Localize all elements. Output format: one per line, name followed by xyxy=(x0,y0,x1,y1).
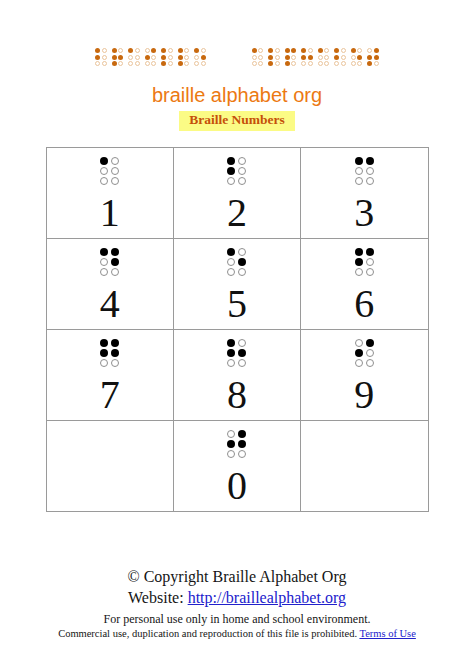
braille-dot-empty xyxy=(102,48,107,53)
braille-dot-filled xyxy=(111,339,119,347)
braille-letter-r xyxy=(112,48,124,66)
braille-dot-filled xyxy=(161,55,166,60)
braille-dot-filled xyxy=(201,55,206,60)
page-subtitle-badge: Braille Numbers xyxy=(179,111,295,131)
braille-dot-filled xyxy=(111,248,119,256)
braille-dot-filled xyxy=(227,248,235,256)
footer: © Copyright Braille Alphabet Org Website… xyxy=(0,568,474,641)
braille-dot-empty xyxy=(118,61,123,66)
number-cell-3: 3 xyxy=(301,148,428,239)
number-label: 5 xyxy=(227,284,247,324)
braille-dot-empty xyxy=(291,55,296,60)
braille-dot-filled xyxy=(227,157,235,165)
braille-dot-filled xyxy=(301,55,306,60)
braille-dot-filled xyxy=(252,48,257,53)
terms-of-use-link[interactable]: Terms of Use xyxy=(359,628,415,639)
braille-dot-empty xyxy=(102,55,107,60)
braille-dot-filled xyxy=(100,349,108,357)
braille-dot-filled xyxy=(178,61,183,66)
braille-dot-empty xyxy=(111,157,119,165)
braille-dot-filled xyxy=(355,258,363,266)
number-label: 8 xyxy=(227,375,247,415)
braille-numbers-grid: 1234567890 xyxy=(46,147,429,512)
braille-dot-empty xyxy=(135,55,140,60)
braille-dot-empty xyxy=(111,167,119,175)
header-braille xyxy=(0,48,474,66)
braille-dot-filled xyxy=(355,157,363,165)
braille-dot-empty xyxy=(324,55,329,60)
braille-dot-empty xyxy=(201,48,206,53)
braille-dot-empty xyxy=(168,61,173,66)
braille-dot-empty xyxy=(275,55,280,60)
number-label: 2 xyxy=(227,193,247,233)
braille-dot-empty xyxy=(366,177,374,185)
braille-dot-filled xyxy=(100,339,108,347)
braille-dot-filled xyxy=(128,48,133,53)
braille-dot-empty xyxy=(168,48,173,53)
braille-glyph xyxy=(355,248,374,276)
braille-dot-empty xyxy=(151,55,156,60)
braille-dot-empty xyxy=(184,55,189,60)
number-label: 1 xyxy=(100,193,120,233)
braille-dot-empty xyxy=(227,177,235,185)
braille-letter-e xyxy=(194,48,206,66)
braille-dot-filled xyxy=(367,61,372,66)
braille-dot-empty xyxy=(252,55,257,60)
braille-dot-filled xyxy=(112,61,117,66)
copyright-line: © Copyright Braille Alphabet Org xyxy=(0,568,474,587)
number-cell-2: 2 xyxy=(174,148,301,239)
braille-dot-filled xyxy=(112,55,117,60)
braille-dot-empty xyxy=(366,349,374,357)
braille-dot-empty xyxy=(357,48,362,53)
empty-cell xyxy=(47,421,174,512)
braille-dot-empty xyxy=(151,61,156,66)
braille-dot-empty xyxy=(135,61,140,66)
braille-dot-empty xyxy=(102,61,107,66)
braille-letter-a xyxy=(128,48,140,66)
badge-row: Braille Numbers xyxy=(0,110,474,131)
page: braille alphabet org Braille Numbers 123… xyxy=(0,0,474,670)
braille-dot-filled xyxy=(227,167,235,175)
braille-dot-empty xyxy=(128,61,133,66)
number-cell-1: 1 xyxy=(47,148,174,239)
number-label: 7 xyxy=(100,375,120,415)
braille-dot-filled xyxy=(178,55,183,60)
braille-dot-empty xyxy=(128,55,133,60)
braille-dot-filled xyxy=(151,48,156,53)
braille-dot-empty xyxy=(308,48,313,53)
braille-dot-empty xyxy=(168,55,173,60)
braille-dot-empty xyxy=(258,55,263,60)
braille-dot-filled xyxy=(366,248,374,256)
braille-dot-empty xyxy=(227,359,235,367)
braille-dot-empty xyxy=(355,268,363,276)
braille-letter-a xyxy=(252,48,264,66)
braille-glyph xyxy=(355,157,374,185)
braille-dot-empty xyxy=(341,55,346,60)
braille-dot-filled xyxy=(238,430,246,438)
braille-dot-filled xyxy=(367,55,372,60)
braille-dot-filled xyxy=(374,48,379,53)
braille-dot-empty xyxy=(366,359,374,367)
braille-dot-filled xyxy=(95,55,100,60)
empty-cell xyxy=(301,421,428,512)
personal-use-line: For personal use only in home and school… xyxy=(0,612,474,626)
braille-dot-filled xyxy=(111,349,119,357)
braille-dot-filled xyxy=(355,248,363,256)
braille-dot-empty xyxy=(252,61,257,66)
braille-dot-empty xyxy=(341,48,346,53)
braille-dot-empty xyxy=(355,359,363,367)
braille-dot-filled xyxy=(355,349,363,357)
braille-dot-filled xyxy=(334,55,339,60)
braille-letter-h xyxy=(301,48,313,66)
braille-glyph xyxy=(355,339,374,367)
number-label: 9 xyxy=(354,375,374,415)
braille-dot-empty xyxy=(355,339,363,347)
braille-dot-filled xyxy=(301,48,306,53)
braille-dot-filled xyxy=(366,157,374,165)
braille-dot-empty xyxy=(308,61,313,66)
braille-dot-empty xyxy=(238,167,246,175)
braille-dot-empty xyxy=(145,61,150,66)
braille-letter-a xyxy=(318,48,330,66)
braille-letter-l xyxy=(161,48,173,66)
braille-dot-empty xyxy=(341,61,346,66)
braille-letter-b xyxy=(334,48,346,66)
braille-dot-empty xyxy=(275,48,280,53)
braille-letter-l xyxy=(178,48,190,66)
braille-dot-empty xyxy=(194,55,199,60)
braille-glyph xyxy=(227,157,246,185)
braille-dot-empty xyxy=(135,48,140,53)
braille-dot-filled xyxy=(227,339,235,347)
braille-dot-empty xyxy=(366,268,374,276)
braille-dot-empty xyxy=(258,48,263,53)
braille-dot-empty xyxy=(366,167,374,175)
braille-dot-filled xyxy=(227,440,235,448)
braille-dot-empty xyxy=(334,61,339,66)
braille-dot-empty xyxy=(351,61,356,66)
braille-dot-empty xyxy=(227,450,235,458)
braille-dot-empty xyxy=(184,48,189,53)
braille-dot-empty xyxy=(275,61,280,66)
braille-dot-filled xyxy=(366,339,374,347)
braille-dot-filled xyxy=(285,61,290,66)
braille-dot-empty xyxy=(100,268,108,276)
number-cell-7: 7 xyxy=(47,330,174,421)
braille-dot-filled xyxy=(100,157,108,165)
braille-dot-filled xyxy=(268,61,273,66)
braille-dot-filled xyxy=(285,55,290,60)
braille-dot-empty xyxy=(238,450,246,458)
braille-dot-empty xyxy=(238,268,246,276)
braille-dot-empty xyxy=(100,258,108,266)
braille-glyph xyxy=(100,248,119,276)
braille-dot-filled xyxy=(178,48,183,53)
number-cell-8: 8 xyxy=(174,330,301,421)
number-cell-0: 0 xyxy=(174,421,301,512)
number-cell-5: 5 xyxy=(174,239,301,330)
number-label: 6 xyxy=(354,284,374,324)
braille-dot-empty xyxy=(318,61,323,66)
braille-dot-filled xyxy=(238,349,246,357)
braille-word-alphabet xyxy=(252,48,379,66)
braille-dot-filled xyxy=(161,48,166,53)
braille-dot-filled xyxy=(351,48,356,53)
braille-dot-filled xyxy=(118,55,123,60)
braille-glyph xyxy=(100,339,119,367)
braille-dot-empty xyxy=(357,61,362,66)
number-cell-9: 9 xyxy=(301,330,428,421)
braille-dot-empty xyxy=(367,48,372,53)
braille-dot-empty xyxy=(145,48,150,53)
braille-dot-empty xyxy=(201,61,206,66)
braille-glyph xyxy=(100,157,119,185)
braille-dot-filled xyxy=(334,48,339,53)
commercial-use-line: Commercial use, duplication and reproduc… xyxy=(0,628,474,641)
braille-dot-empty xyxy=(194,61,199,66)
braille-dot-empty xyxy=(318,55,323,60)
braille-dot-empty xyxy=(355,167,363,175)
website-link[interactable]: http://braillealphabet.org xyxy=(188,589,346,606)
braille-dot-empty xyxy=(355,177,363,185)
braille-letter-e xyxy=(351,48,363,66)
braille-dot-empty xyxy=(374,61,379,66)
braille-dot-filled xyxy=(268,55,273,60)
braille-glyph xyxy=(227,430,246,458)
braille-dot-empty xyxy=(258,61,263,66)
braille-dot-empty xyxy=(324,61,329,66)
website-line: Website: http://braillealphabet.org xyxy=(0,589,474,608)
commercial-use-text: Commercial use, duplication and reproduc… xyxy=(58,628,359,639)
number-cell-4: 4 xyxy=(47,239,174,330)
braille-dot-empty xyxy=(227,430,235,438)
braille-dot-empty xyxy=(111,268,119,276)
braille-letter-t xyxy=(367,48,379,66)
braille-letter-l xyxy=(268,48,280,66)
braille-dot-empty xyxy=(238,339,246,347)
braille-dot-filled xyxy=(291,48,296,53)
braille-dot-filled xyxy=(357,55,362,60)
braille-letter-b xyxy=(95,48,107,66)
braille-glyph xyxy=(227,248,246,276)
braille-dot-filled xyxy=(145,55,150,60)
site-title: braille alphabet org xyxy=(0,84,474,106)
braille-dot-empty xyxy=(238,177,246,185)
braille-dot-empty xyxy=(238,157,246,165)
braille-dot-empty xyxy=(227,258,235,266)
braille-dot-filled xyxy=(100,248,108,256)
braille-dot-empty xyxy=(95,61,100,66)
braille-dot-filled xyxy=(268,48,273,53)
braille-dot-empty xyxy=(238,359,246,367)
number-label: 0 xyxy=(227,466,247,506)
braille-dot-empty xyxy=(301,61,306,66)
braille-dot-empty xyxy=(184,61,189,66)
braille-dot-filled xyxy=(194,48,199,53)
number-cell-6: 6 xyxy=(301,239,428,330)
number-label: 3 xyxy=(354,193,374,233)
braille-dot-empty xyxy=(366,258,374,266)
braille-glyph xyxy=(227,339,246,367)
braille-dot-empty xyxy=(111,359,119,367)
braille-dot-empty xyxy=(118,48,123,53)
braille-word-braille xyxy=(95,48,206,66)
number-label: 4 xyxy=(100,284,120,324)
braille-dot-empty xyxy=(100,359,108,367)
braille-dot-filled xyxy=(111,258,119,266)
braille-dot-filled xyxy=(238,440,246,448)
braille-letter-i xyxy=(145,48,157,66)
braille-letter-p xyxy=(285,48,297,66)
braille-dot-empty xyxy=(238,248,246,256)
website-label: Website: xyxy=(128,589,188,606)
braille-dot-filled xyxy=(318,48,323,53)
braille-dot-filled xyxy=(161,61,166,66)
braille-dot-filled xyxy=(95,48,100,53)
braille-dot-filled xyxy=(112,48,117,53)
braille-dot-filled xyxy=(308,55,313,60)
braille-dot-empty xyxy=(111,177,119,185)
braille-dot-empty xyxy=(324,48,329,53)
braille-dot-filled xyxy=(227,349,235,357)
braille-dot-empty xyxy=(100,167,108,175)
braille-dot-empty xyxy=(100,177,108,185)
braille-dot-empty xyxy=(291,61,296,66)
braille-dot-filled xyxy=(374,55,379,60)
braille-dot-empty xyxy=(351,55,356,60)
braille-dot-filled xyxy=(285,48,290,53)
braille-dot-empty xyxy=(227,268,235,276)
braille-dot-filled xyxy=(238,258,246,266)
